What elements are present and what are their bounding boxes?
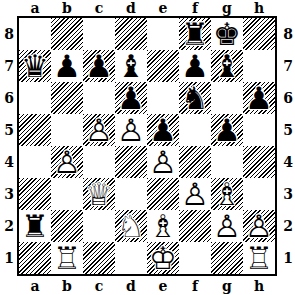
piece-fill: ♝ <box>211 50 243 82</box>
piece-black-pawn: ♟ <box>243 82 275 114</box>
square-h4[interactable] <box>243 146 275 178</box>
square-e2[interactable]: ♝♗ <box>147 210 179 242</box>
rank-labels-left: 87654321 <box>1 18 17 274</box>
square-f1[interactable] <box>179 242 211 274</box>
piece-fill: ♟ <box>51 50 83 82</box>
piece-fill: ♟ <box>147 146 179 178</box>
square-b3[interactable] <box>51 178 83 210</box>
piece-white-rook: ♖ <box>243 242 275 274</box>
square-c5[interactable]: ♟♙ <box>83 114 115 146</box>
square-h7[interactable] <box>243 50 275 82</box>
square-d6[interactable]: ♟♟ <box>115 82 147 114</box>
piece-black-pawn: ♟ <box>83 50 115 82</box>
piece-white-pawn: ♙ <box>211 210 243 242</box>
square-d5[interactable]: ♟♙ <box>115 114 147 146</box>
piece-black-rook: ♜ <box>179 18 211 50</box>
square-a7[interactable]: ♛♛ <box>19 50 51 82</box>
square-g3[interactable]: ♝♗ <box>211 178 243 210</box>
file-labels-bottom: abcdefgh <box>19 278 275 294</box>
piece-white-pawn: ♙ <box>243 210 275 242</box>
square-e4[interactable]: ♟♙ <box>147 146 179 178</box>
file-label-d: d <box>115 278 147 294</box>
square-b8[interactable] <box>51 18 83 50</box>
square-g5[interactable]: ♟♟ <box>211 114 243 146</box>
piece-white-knight: ♘ <box>115 210 147 242</box>
piece-fill: ♟ <box>179 50 211 82</box>
square-h6[interactable]: ♟♟ <box>243 82 275 114</box>
square-b5[interactable] <box>51 114 83 146</box>
square-f8[interactable]: ♜♜ <box>179 18 211 50</box>
file-label-d: d <box>115 0 147 16</box>
piece-fill: ♜ <box>243 242 275 274</box>
square-e3[interactable] <box>147 178 179 210</box>
square-h8[interactable] <box>243 18 275 50</box>
square-f3[interactable]: ♟♙ <box>179 178 211 210</box>
rank-label-3: 3 <box>1 178 17 210</box>
square-a5[interactable] <box>19 114 51 146</box>
file-label-e: e <box>147 278 179 294</box>
piece-black-bishop: ♝ <box>115 50 147 82</box>
file-label-e: e <box>147 0 179 16</box>
square-g8[interactable]: ♚♚ <box>211 18 243 50</box>
piece-white-bishop: ♗ <box>211 178 243 210</box>
square-f4[interactable] <box>179 146 211 178</box>
piece-fill: ♚ <box>147 242 179 274</box>
piece-fill: ♟ <box>211 114 243 146</box>
square-f2[interactable] <box>179 210 211 242</box>
piece-fill: ♟ <box>115 114 147 146</box>
square-h2[interactable]: ♟♙ <box>243 210 275 242</box>
square-c3[interactable]: ♛♕ <box>83 178 115 210</box>
piece-white-pawn: ♙ <box>115 114 147 146</box>
piece-black-king: ♚ <box>211 18 243 50</box>
piece-black-queen: ♛ <box>19 50 51 82</box>
square-a3[interactable] <box>19 178 51 210</box>
piece-black-pawn: ♟ <box>147 114 179 146</box>
square-d4[interactable] <box>115 146 147 178</box>
square-b1[interactable]: ♜♖ <box>51 242 83 274</box>
square-a6[interactable] <box>19 82 51 114</box>
piece-black-pawn: ♟ <box>51 50 83 82</box>
file-label-c: c <box>83 278 115 294</box>
square-h5[interactable] <box>243 114 275 146</box>
square-g7[interactable]: ♝♝ <box>211 50 243 82</box>
piece-black-rook: ♜ <box>19 210 51 242</box>
piece-white-king: ♔ <box>147 242 179 274</box>
square-e7[interactable] <box>147 50 179 82</box>
square-f5[interactable] <box>179 114 211 146</box>
file-label-a: a <box>19 0 51 16</box>
file-labels-top: abcdefgh <box>19 0 275 16</box>
square-d3[interactable] <box>115 178 147 210</box>
square-f6[interactable]: ♞♞ <box>179 82 211 114</box>
piece-black-pawn: ♟ <box>211 114 243 146</box>
piece-fill: ♟ <box>83 114 115 146</box>
piece-fill: ♝ <box>147 210 179 242</box>
rank-label-6: 6 <box>1 82 17 114</box>
file-label-b: b <box>51 0 83 16</box>
piece-fill: ♜ <box>179 18 211 50</box>
square-b6[interactable] <box>51 82 83 114</box>
square-c1[interactable] <box>83 242 115 274</box>
piece-fill: ♟ <box>51 146 83 178</box>
square-b7[interactable]: ♟♟ <box>51 50 83 82</box>
square-g6[interactable] <box>211 82 243 114</box>
square-b4[interactable]: ♟♙ <box>51 146 83 178</box>
square-c7[interactable]: ♟♟ <box>83 50 115 82</box>
file-label-g: g <box>211 278 243 294</box>
square-g1[interactable] <box>211 242 243 274</box>
square-e5[interactable]: ♟♟ <box>147 114 179 146</box>
square-c2[interactable] <box>83 210 115 242</box>
rank-label-8: 8 <box>1 18 17 50</box>
square-b2[interactable] <box>51 210 83 242</box>
rank-label-2: 2 <box>1 210 17 242</box>
piece-black-pawn: ♟ <box>179 50 211 82</box>
square-d2[interactable]: ♞♘ <box>115 210 147 242</box>
piece-white-pawn: ♙ <box>147 146 179 178</box>
rank-label-4: 4 <box>1 146 17 178</box>
piece-fill: ♜ <box>51 242 83 274</box>
piece-fill: ♟ <box>243 210 275 242</box>
rank-label-1: 1 <box>280 242 295 274</box>
square-d1[interactable] <box>115 242 147 274</box>
piece-black-pawn: ♟ <box>115 82 147 114</box>
rank-label-5: 5 <box>1 114 17 146</box>
rank-label-2: 2 <box>280 210 295 242</box>
piece-fill: ♝ <box>115 50 147 82</box>
file-label-c: c <box>83 0 115 16</box>
rank-label-5: 5 <box>280 114 295 146</box>
piece-fill: ♚ <box>211 18 243 50</box>
piece-fill: ♞ <box>115 210 147 242</box>
piece-fill: ♝ <box>211 178 243 210</box>
piece-fill: ♟ <box>211 210 243 242</box>
square-d7[interactable]: ♝♝ <box>115 50 147 82</box>
piece-fill: ♛ <box>19 50 51 82</box>
rank-labels-right: 87654321 <box>280 18 295 274</box>
piece-white-queen: ♕ <box>83 178 115 210</box>
rank-label-8: 8 <box>280 18 295 50</box>
square-f7[interactable]: ♟♟ <box>179 50 211 82</box>
piece-fill: ♟ <box>243 82 275 114</box>
piece-white-pawn: ♙ <box>179 178 211 210</box>
square-a1[interactable] <box>19 242 51 274</box>
piece-fill: ♟ <box>147 114 179 146</box>
square-h1[interactable]: ♜♖ <box>243 242 275 274</box>
piece-white-pawn: ♙ <box>83 114 115 146</box>
chess-diagram: abcdefgh 87654321 87654321 abcdefgh ♜♜♚♚… <box>0 0 295 295</box>
rank-label-7: 7 <box>1 50 17 82</box>
piece-white-rook: ♖ <box>51 242 83 274</box>
piece-white-bishop: ♗ <box>147 210 179 242</box>
file-label-f: f <box>179 0 211 16</box>
square-d8[interactable] <box>115 18 147 50</box>
piece-fill: ♟ <box>115 82 147 114</box>
piece-fill: ♟ <box>179 178 211 210</box>
square-c4[interactable] <box>83 146 115 178</box>
square-a4[interactable] <box>19 146 51 178</box>
square-a2[interactable]: ♜♜ <box>19 210 51 242</box>
square-c8[interactable] <box>83 18 115 50</box>
square-c6[interactable] <box>83 82 115 114</box>
file-label-a: a <box>19 278 51 294</box>
file-label-h: h <box>243 0 275 16</box>
square-h3[interactable] <box>243 178 275 210</box>
square-e8[interactable] <box>147 18 179 50</box>
square-g2[interactable]: ♟♙ <box>211 210 243 242</box>
square-e6[interactable] <box>147 82 179 114</box>
piece-black-knight: ♞ <box>179 82 211 114</box>
rank-label-3: 3 <box>280 178 295 210</box>
file-label-b: b <box>51 278 83 294</box>
rank-label-1: 1 <box>1 242 17 274</box>
rank-label-7: 7 <box>280 50 295 82</box>
square-a8[interactable] <box>19 18 51 50</box>
file-label-g: g <box>211 0 243 16</box>
piece-white-pawn: ♙ <box>51 146 83 178</box>
rank-label-4: 4 <box>280 146 295 178</box>
piece-fill: ♟ <box>83 50 115 82</box>
piece-black-bishop: ♝ <box>211 50 243 82</box>
file-label-f: f <box>179 278 211 294</box>
square-e1[interactable]: ♚♔ <box>147 242 179 274</box>
chessboard: ♜♜♚♚♛♛♟♟♟♟♝♝♟♟♝♝♟♟♞♞♟♟♟♙♟♙♟♟♟♟♟♙♟♙♛♕♟♙♝♗… <box>17 16 277 276</box>
piece-fill: ♛ <box>83 178 115 210</box>
square-g4[interactable] <box>211 146 243 178</box>
piece-fill: ♞ <box>179 82 211 114</box>
file-label-h: h <box>243 278 275 294</box>
piece-fill: ♜ <box>19 210 51 242</box>
rank-label-6: 6 <box>280 82 295 114</box>
